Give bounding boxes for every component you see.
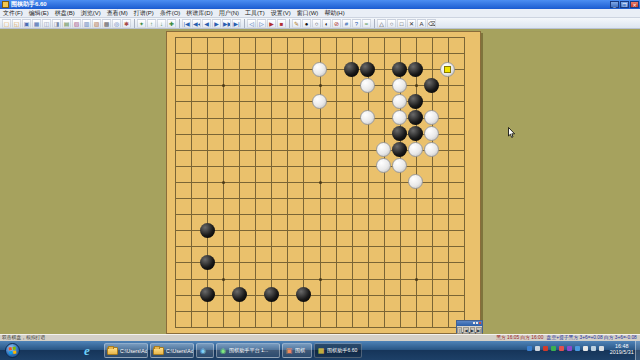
taskbar-button-围棋助手6.60[interactable]: ▦围棋助手6.60 [314, 343, 362, 358]
folder-icon [107, 347, 118, 355]
tray-cloud-icon[interactable] [575, 346, 580, 351]
status-score: 盘空+提子黑方 3+6=+0.08 白方 3+6=-0.08 [547, 335, 637, 340]
white-stone[interactable] [392, 110, 407, 125]
forward-10-icon[interactable]: ▶▶ [222, 19, 231, 28]
back-10-icon[interactable]: ◀◀ [192, 19, 201, 28]
app-icon [2, 1, 9, 8]
grid-hline [175, 262, 465, 263]
black-stone[interactable] [200, 223, 215, 238]
windows-flag-icon [9, 347, 17, 355]
black-stone[interactable] [424, 78, 439, 93]
import-kifu-icon[interactable]: ◫ [42, 19, 51, 28]
triangle-mark-icon[interactable]: △ [377, 19, 386, 28]
copy-icon[interactable]: ▥ [82, 19, 91, 28]
black-stone[interactable] [232, 287, 247, 302]
menu-文件F[interactable]: 文件(F) [0, 9, 26, 18]
black-stone[interactable] [408, 126, 423, 141]
minimize-button[interactable]: _ [610, 1, 619, 8]
go-start-icon[interactable]: |◀ [182, 19, 191, 28]
black-stone-tool-icon[interactable]: ● [302, 19, 311, 28]
tray-av-icon[interactable] [543, 346, 548, 351]
white-stone[interactable] [360, 110, 375, 125]
star-point [319, 278, 322, 281]
mini-nav-button[interactable]: ◀ [463, 327, 468, 334]
taskbar-button-C:\Users\Admini...[interactable]: C:\Users\Admini... [104, 343, 148, 358]
next-variation-icon[interactable]: ▷ [257, 19, 266, 28]
erase-stone-icon[interactable]: ⊘ [332, 19, 341, 28]
prev-variation-icon[interactable]: ◁ [247, 19, 256, 28]
game-info-icon[interactable]: ▤ [62, 19, 71, 28]
estimate-score-icon[interactable]: ≈ [362, 19, 371, 28]
white-stone[interactable] [360, 78, 375, 93]
white-stone[interactable] [312, 94, 327, 109]
star-point [415, 278, 418, 281]
tray-volume-icon[interactable] [599, 346, 604, 351]
taskbar-button-label: C:\Users\Admini... [120, 348, 148, 353]
statusbar: 双击棋盘，模拟打谱 黑方 16:05 白方 16:00盘空+提子黑方 3+6=+… [0, 334, 640, 341]
grid-vline [352, 37, 353, 328]
grid-vline [384, 37, 385, 328]
pencil-icon[interactable]: ✎ [292, 19, 301, 28]
square-mark-icon[interactable]: □ [397, 19, 406, 28]
grid-hline [175, 246, 465, 247]
status-time: 黑方 16:05 白方 16:00 [496, 335, 543, 340]
options-icon[interactable]: ✱ [122, 19, 131, 28]
open-file-icon[interactable]: ◱ [12, 19, 21, 28]
forward-1-icon[interactable]: ▶ [212, 19, 221, 28]
taskbar-button-围棋助手平台 1...[interactable]: ◉围棋助手平台 1... [216, 343, 280, 358]
menu-打谱P[interactable]: 打谱(P) [131, 9, 157, 18]
weiqi-assistant-icon: ▦ [317, 347, 325, 355]
tray-safety-icon[interactable] [527, 346, 532, 351]
taskbar-clock[interactable]: 16:482019/5/31 [610, 343, 634, 356]
toolbar-separator [289, 19, 290, 28]
mini-nav-button[interactable]: |◀ [457, 327, 462, 334]
star-point [222, 84, 225, 87]
menu-设置V[interactable]: 设置(V) [268, 9, 294, 18]
system-tray [527, 346, 604, 351]
toolbar-separator [374, 19, 375, 28]
blue-app-icon: ◉ [199, 347, 207, 355]
go-board[interactable] [166, 31, 481, 334]
white-stone[interactable] [392, 94, 407, 109]
weiqi-platform-icon: ◉ [219, 347, 227, 355]
grid-hline [175, 230, 465, 231]
close-button[interactable]: ✕ [630, 1, 639, 8]
paste-icon[interactable]: ▨ [92, 19, 101, 28]
white-stone[interactable] [408, 174, 423, 189]
status-values: 黑方 16:05 白方 16:00盘空+提子黑方 3+6=+0.08 白方 3+… [496, 335, 637, 340]
circle-mark-icon[interactable]: ○ [387, 19, 396, 28]
go-end-icon[interactable]: ▶| [232, 19, 241, 28]
toolbar-separator [179, 19, 180, 28]
white-stone[interactable] [424, 126, 439, 141]
star-point [222, 181, 225, 184]
black-stone[interactable] [408, 110, 423, 125]
white-stone[interactable] [424, 142, 439, 157]
white-stone[interactable] [312, 62, 327, 77]
mini-nav-button[interactable]: ▶ [470, 327, 475, 334]
branch-up-icon[interactable]: ↑ [147, 19, 156, 28]
menu-棋谱库D[interactable]: 棋谱库(D) [183, 9, 215, 18]
menu-工具T[interactable]: 工具(T) [242, 9, 268, 18]
black-stone[interactable] [200, 255, 215, 270]
black-stone[interactable] [200, 287, 215, 302]
alternate-stone-tool-icon[interactable]: ◐ [322, 19, 331, 28]
menu-浏览V[interactable]: 浏览(V) [78, 9, 104, 18]
black-stone[interactable] [344, 62, 359, 77]
folder-icon [153, 347, 164, 355]
tray-qq-icon[interactable] [559, 346, 564, 351]
taskbar: e C:\Users\Admini...C:\Users\Admini...◉◉… [0, 341, 640, 360]
toolbar: ▢◱▣▦◫◨▤▧▥▨▩◎✱✦↑↓✚|◀◀◀◀▶▶▶▶|◁▷▶■✎●○◐⊘#?≈△… [0, 18, 640, 29]
tray-usb-icon[interactable] [535, 346, 540, 351]
save-icon[interactable]: ▣ [22, 19, 31, 28]
grid-hline [175, 327, 465, 328]
star-point [319, 84, 322, 87]
grid-hline [175, 214, 465, 215]
branch-down-icon[interactable]: ↓ [157, 19, 166, 28]
cross-mark-icon[interactable]: ✕ [407, 19, 416, 28]
maximize-button[interactable]: ❐ [620, 1, 629, 8]
taskbar-button-围棋[interactable]: ▣围棋 [282, 343, 312, 358]
taskbar-button-label: C:\Users\Admini... [166, 348, 194, 353]
tray-update-icon[interactable] [551, 346, 556, 351]
black-stone[interactable] [264, 287, 279, 302]
show-desktop-button[interactable] [635, 341, 640, 360]
grid-vline [448, 37, 449, 328]
guess-move-icon[interactable]: ? [352, 19, 361, 28]
export-kifu-icon[interactable]: ◨ [52, 19, 61, 28]
edit-board-icon[interactable]: ▧ [72, 19, 81, 28]
taskbar-button-label: 围棋助手6.60 [327, 347, 357, 355]
menu-帮助H[interactable]: 帮助(H) [321, 9, 347, 18]
tray-music-icon[interactable] [567, 346, 572, 351]
grid-vline [464, 37, 465, 328]
taskbar-button-C:\Users\Admini...[interactable]: C:\Users\Admini... [150, 343, 194, 358]
menu-窗口W[interactable]: 窗口(W) [294, 9, 322, 18]
menu-条件O[interactable]: 条件(O) [157, 9, 184, 18]
black-stone[interactable] [296, 287, 311, 302]
mini-nav-button[interactable]: ▶| [476, 327, 482, 334]
taskbar-button-label: 围棋助手平台 1... [229, 347, 268, 355]
erase-mark-icon[interactable]: ⌫ [427, 19, 436, 28]
white-stone[interactable] [376, 142, 391, 157]
tree-root-icon[interactable]: ✦ [137, 19, 146, 28]
white-stone[interactable] [408, 142, 423, 157]
toolbar-separator [134, 19, 135, 28]
weiqi-icon: ▣ [285, 347, 293, 355]
black-stone[interactable] [408, 62, 423, 77]
tray-input-icon[interactable] [583, 346, 588, 351]
grid-hline [175, 295, 465, 296]
stop-replay-icon[interactable]: ■ [277, 19, 286, 28]
taskbar-button-label: 围棋 [295, 347, 305, 355]
menu-编辑E[interactable]: 编辑(E) [26, 9, 52, 18]
white-stone[interactable] [376, 158, 391, 173]
white-stone[interactable] [424, 110, 439, 125]
tree-view-icon[interactable]: ✚ [167, 19, 176, 28]
back-1-icon[interactable]: ◀ [202, 19, 211, 28]
menu-棋盘B[interactable]: 棋盘(B) [52, 9, 78, 18]
window-controls: _❐✕ [610, 1, 639, 8]
mouse-cursor [508, 124, 516, 142]
menubar: 文件(F)编辑(E)棋盘(B)浏览(V)查看(M)打谱(P)条件(O)棋谱库(D… [0, 9, 640, 18]
menu-查看M[interactable]: 查看(M) [104, 9, 131, 18]
star-point [415, 84, 418, 87]
black-stone[interactable] [408, 94, 423, 109]
start-button[interactable] [5, 343, 20, 358]
letter-mark-icon[interactable]: A [417, 19, 426, 28]
toolbar-separator [244, 19, 245, 28]
white-stone[interactable] [392, 158, 407, 173]
save-all-icon[interactable]: ▦ [32, 19, 41, 28]
print-icon[interactable]: ▩ [102, 19, 111, 28]
move-number-icon[interactable]: # [342, 19, 351, 28]
black-stone[interactable] [392, 126, 407, 141]
ie-icon: e [84, 344, 90, 357]
menu-用户N[interactable]: 用户(N) [216, 9, 242, 18]
clock-date: 2019/5/31 [610, 349, 634, 355]
last-move-marker [444, 66, 451, 73]
star-point [222, 278, 225, 281]
search-position-icon[interactable]: ◎ [112, 19, 121, 28]
star-point [319, 181, 322, 184]
white-stone-tool-icon[interactable]: ○ [312, 19, 321, 28]
tray-network-icon[interactable] [591, 346, 596, 351]
grid-vline [336, 37, 337, 328]
new-board-icon[interactable]: ▢ [2, 19, 11, 28]
screen: 围棋助手6.60 _❐✕ 文件(F)编辑(E)棋盘(B)浏览(V)查看(M)打谱… [0, 0, 640, 360]
black-stone[interactable] [392, 62, 407, 77]
black-stone[interactable] [360, 62, 375, 77]
auto-replay-icon[interactable]: ▶ [267, 19, 276, 28]
status-hint: 双击棋盘，模拟打谱 [2, 335, 45, 340]
mini-navigator-buttons: |◀◀▶▶| [457, 326, 482, 334]
black-stone[interactable] [392, 142, 407, 157]
white-stone[interactable] [392, 78, 407, 93]
mini-navigator-window[interactable]: |◀◀▶▶| [456, 320, 483, 333]
grid-hline [175, 198, 465, 199]
grid-hline [175, 311, 465, 312]
taskbar-ie-button[interactable]: e [78, 343, 96, 358]
taskbar-button-circle-blue[interactable]: ◉ [196, 343, 214, 358]
